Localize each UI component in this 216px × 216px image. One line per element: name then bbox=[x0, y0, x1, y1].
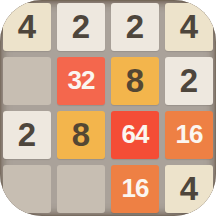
tile-8: 8 bbox=[57, 111, 105, 159]
tile-16: 16 bbox=[165, 111, 213, 159]
tile-64: 64 bbox=[111, 111, 159, 159]
tile-4: 4 bbox=[3, 3, 51, 51]
tile-8: 8 bbox=[111, 57, 159, 105]
empty-cell bbox=[3, 57, 51, 105]
tile-16: 16 bbox=[111, 165, 159, 213]
empty-cell bbox=[57, 165, 105, 213]
tile-4: 4 bbox=[165, 3, 213, 51]
tile-2: 2 bbox=[57, 3, 105, 51]
game-board[interactable]: 42243282286416164 bbox=[0, 0, 216, 216]
tile-2: 2 bbox=[111, 3, 159, 51]
tile-4: 4 bbox=[165, 165, 213, 213]
tile-2: 2 bbox=[3, 111, 51, 159]
tile-2: 2 bbox=[165, 57, 213, 105]
tile-32: 32 bbox=[57, 57, 105, 105]
empty-cell bbox=[3, 165, 51, 213]
game-2048-app-icon: 42243282286416164 bbox=[0, 0, 216, 216]
